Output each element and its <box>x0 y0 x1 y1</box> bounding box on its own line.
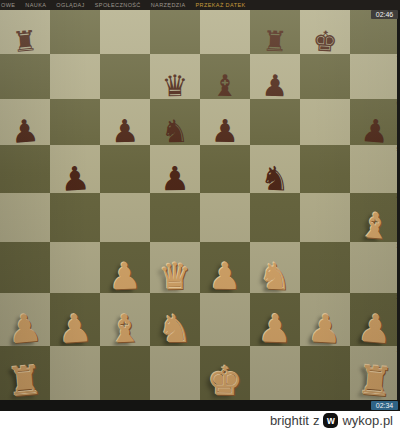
square-a4[interactable] <box>0 193 50 242</box>
square-b5[interactable]: ♟ <box>50 145 100 193</box>
square-d8[interactable] <box>150 10 200 54</box>
piece-white-knight[interactable]: ♞ <box>249 258 300 296</box>
square-d2[interactable]: ♞ <box>150 293 200 346</box>
menu-item-społeczność[interactable]: SPOŁECZNOŚĆ <box>95 2 141 8</box>
white-clock: 02:34 <box>371 401 398 410</box>
piece-white-pawn[interactable]: ♟ <box>249 309 300 349</box>
menu-item-narzędzia[interactable]: NARZĘDZIA <box>151 2 186 8</box>
rank-label-5: 5 <box>396 146 399 152</box>
rank-label-1: 1 <box>396 347 399 353</box>
square-f5[interactable]: ♞ <box>250 145 300 193</box>
piece-white-knight[interactable]: ♞ <box>150 309 200 348</box>
square-d3[interactable]: ♛ <box>150 242 200 293</box>
square-h1[interactable]: 1♜ <box>350 346 400 400</box>
square-a6[interactable]: ♟ <box>0 99 50 145</box>
square-g3[interactable] <box>300 242 350 293</box>
piece-white-king[interactable]: ♚ <box>200 362 250 403</box>
watermark-footer: brightit z w wykop.pl <box>0 411 400 430</box>
piece-white-pawn[interactable]: ♟ <box>299 308 351 349</box>
menu-item-owe[interactable]: OWE <box>1 2 15 8</box>
square-h4[interactable]: 4♝ <box>350 193 400 242</box>
piece-black-pawn[interactable]: ♟ <box>49 160 101 196</box>
square-a7[interactable] <box>0 54 50 99</box>
piece-black-knight[interactable]: ♞ <box>249 161 300 196</box>
square-e5[interactable] <box>200 145 250 193</box>
screenshot-root: OWENAUKAOGLĄDAJSPOŁECZNOŚĆNARZĘDZIAPRZEK… <box>0 0 400 430</box>
square-b4[interactable] <box>50 193 100 242</box>
square-a5[interactable] <box>0 145 50 193</box>
square-g8[interactable]: ♚ <box>300 10 350 54</box>
menu-item-oglądaj[interactable]: OGLĄDAJ <box>56 2 84 8</box>
square-h2[interactable]: 2♟ <box>350 293 400 346</box>
square-e8[interactable] <box>200 10 250 54</box>
watermark-author: brightit <box>270 413 309 428</box>
square-h6[interactable]: 6♟ <box>350 99 400 145</box>
square-a2[interactable]: ♟ <box>0 293 50 346</box>
square-f6[interactable] <box>250 99 300 145</box>
rank-label-6: 6 <box>396 100 399 106</box>
square-b3[interactable] <box>50 242 100 293</box>
square-d7[interactable]: ♛ <box>150 54 200 99</box>
square-c6[interactable]: ♟ <box>100 99 150 145</box>
piece-black-king[interactable]: ♚ <box>299 26 351 57</box>
square-d4[interactable] <box>150 193 200 242</box>
piece-white-rook[interactable]: ♜ <box>0 360 52 404</box>
square-h5[interactable]: 5 <box>350 145 400 193</box>
piece-black-pawn[interactable]: ♟ <box>99 115 150 148</box>
rank-label-3: 3 <box>396 243 399 249</box>
square-d1[interactable] <box>150 346 200 400</box>
piece-black-knight[interactable]: ♞ <box>150 115 200 147</box>
piece-black-pawn[interactable]: ♟ <box>150 162 200 196</box>
bottom-strip <box>0 400 400 411</box>
rank-label-2: 2 <box>396 294 399 300</box>
square-f7[interactable]: ♟ <box>250 54 300 99</box>
chess-board: ♜♜♚8♛♝♟7♟♟♞♟6♟♟♟♞54♝♟♛♟♞3♟♟♝♞♟♟2♟♜♚1♜ <box>0 10 400 400</box>
piece-white-rook[interactable]: ♜ <box>348 360 400 404</box>
square-e2[interactable] <box>200 293 250 346</box>
square-g5[interactable] <box>300 145 350 193</box>
square-b2[interactable]: ♟ <box>50 293 100 346</box>
square-e3[interactable]: ♟ <box>200 242 250 293</box>
square-f2[interactable]: ♟ <box>250 293 300 346</box>
square-f1[interactable] <box>250 346 300 400</box>
top-menu-bar: OWENAUKAOGLĄDAJSPOŁECZNOŚĆNARZĘDZIAPRZEK… <box>0 0 400 10</box>
watermark-site: wykop.pl <box>342 413 393 428</box>
square-a3[interactable] <box>0 242 50 293</box>
square-f3[interactable]: ♞ <box>250 242 300 293</box>
menu-item-donate[interactable]: PRZEKAŻ DATEK <box>196 2 246 8</box>
square-f8[interactable]: ♜ <box>250 10 300 54</box>
square-b6[interactable] <box>50 99 100 145</box>
square-f4[interactable] <box>250 193 300 242</box>
square-d5[interactable]: ♟ <box>150 145 200 193</box>
piece-white-bishop[interactable]: ♝ <box>349 207 400 246</box>
square-h7[interactable]: 7 <box>350 54 400 99</box>
wykop-logo-icon: w <box>323 413 338 428</box>
square-h3[interactable]: 3 <box>350 242 400 293</box>
piece-white-queen[interactable]: ♛ <box>150 258 200 295</box>
square-g1[interactable] <box>300 346 350 400</box>
piece-black-pawn[interactable]: ♟ <box>200 115 250 147</box>
square-e7[interactable]: ♝ <box>200 54 250 99</box>
menu-item-nauka[interactable]: NAUKA <box>25 2 46 8</box>
piece-black-bishop[interactable]: ♝ <box>200 71 250 101</box>
square-c4[interactable] <box>100 193 150 242</box>
square-e6[interactable]: ♟ <box>200 99 250 145</box>
rank-label-4: 4 <box>396 194 399 200</box>
square-c1[interactable] <box>100 346 150 400</box>
square-a8[interactable]: ♜ <box>0 10 50 54</box>
square-c7[interactable] <box>100 54 150 99</box>
piece-white-bishop[interactable]: ♝ <box>99 309 150 349</box>
square-g2[interactable]: ♟ <box>300 293 350 346</box>
piece-black-pawn[interactable]: ♟ <box>0 114 51 150</box>
square-b7[interactable] <box>50 54 100 99</box>
black-clock: 02:46 <box>371 10 398 19</box>
piece-white-pawn[interactable]: ♟ <box>200 258 250 295</box>
piece-white-pawn[interactable]: ♟ <box>49 308 101 349</box>
square-g7[interactable] <box>300 54 350 99</box>
square-d6[interactable]: ♞ <box>150 99 200 145</box>
piece-white-pawn[interactable]: ♟ <box>348 308 400 350</box>
square-c8[interactable] <box>100 10 150 54</box>
piece-black-queen[interactable]: ♛ <box>150 71 200 101</box>
watermark-connector: z <box>313 413 320 428</box>
chess-board-area: ♜♜♚8♛♝♟7♟♟♞♟6♟♟♟♞54♝♟♛♟♞3♟♟♝♞♟♟2♟♜♚1♜ <box>0 10 400 400</box>
square-c3[interactable]: ♟ <box>100 242 150 293</box>
square-b8[interactable] <box>50 10 100 54</box>
square-e1[interactable]: ♚ <box>200 346 250 400</box>
square-c5[interactable] <box>100 145 150 193</box>
piece-white-pawn[interactable]: ♟ <box>0 308 52 350</box>
square-g6[interactable] <box>300 99 350 145</box>
square-e4[interactable] <box>200 193 250 242</box>
piece-black-pawn[interactable]: ♟ <box>349 114 400 150</box>
piece-white-pawn[interactable]: ♟ <box>99 258 150 296</box>
piece-black-rook[interactable]: ♜ <box>250 27 301 57</box>
square-a1[interactable]: ♜ <box>0 346 50 400</box>
piece-black-pawn[interactable]: ♟ <box>249 70 300 102</box>
square-c2[interactable]: ♝ <box>100 293 150 346</box>
rank-label-7: 7 <box>396 55 399 61</box>
square-b1[interactable] <box>50 346 100 400</box>
square-g4[interactable] <box>300 193 350 242</box>
